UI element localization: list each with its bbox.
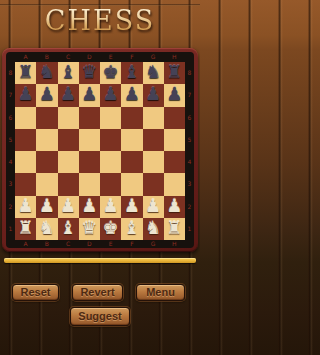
rank-label-right-7: 7 bbox=[185, 84, 194, 106]
piece-black-pawn: ♟ bbox=[18, 85, 34, 103]
square-g8[interactable]: ♞ bbox=[143, 62, 164, 84]
file-label-h: H bbox=[164, 52, 185, 62]
square-b8[interactable]: ♞ bbox=[36, 62, 57, 84]
file-label-g: G bbox=[143, 240, 164, 248]
square-b6[interactable] bbox=[36, 107, 57, 129]
file-label-g: G bbox=[143, 52, 164, 62]
square-d8[interactable]: ♛ bbox=[79, 62, 100, 84]
square-h6[interactable] bbox=[164, 107, 185, 129]
square-b2[interactable]: ♟ bbox=[36, 196, 57, 218]
square-h3[interactable] bbox=[164, 173, 185, 195]
square-g4[interactable] bbox=[143, 151, 164, 173]
chess-board: ABCDEFGH8♜♞♝♛♚♝♞♜87♟♟♟♟♟♟♟♟7665544332♟♟♟… bbox=[2, 48, 198, 252]
status-bar bbox=[4, 258, 196, 263]
square-f5[interactable] bbox=[121, 129, 142, 151]
piece-black-queen: ♛ bbox=[81, 63, 97, 81]
board-corner bbox=[6, 52, 15, 62]
square-f7[interactable]: ♟ bbox=[121, 84, 142, 106]
rank-label-left-8: 8 bbox=[6, 62, 15, 84]
rank-label-right-6: 6 bbox=[185, 107, 194, 129]
piece-black-pawn: ♟ bbox=[166, 85, 182, 103]
square-f6[interactable] bbox=[121, 107, 142, 129]
rank-label-right-5: 5 bbox=[185, 129, 194, 151]
piece-black-rook: ♜ bbox=[18, 63, 34, 81]
board-corner bbox=[185, 52, 194, 62]
board-corner bbox=[185, 240, 194, 248]
square-c7[interactable]: ♟ bbox=[58, 84, 79, 106]
square-h7[interactable]: ♟ bbox=[164, 84, 185, 106]
rank-label-right-1: 1 bbox=[185, 218, 194, 240]
square-c3[interactable] bbox=[58, 173, 79, 195]
square-g7[interactable]: ♟ bbox=[143, 84, 164, 106]
rank-label-right-4: 4 bbox=[185, 151, 194, 173]
square-e5[interactable] bbox=[100, 129, 121, 151]
square-d3[interactable] bbox=[79, 173, 100, 195]
piece-black-pawn: ♟ bbox=[145, 85, 161, 103]
square-a3[interactable] bbox=[15, 173, 36, 195]
square-d2[interactable]: ♟ bbox=[79, 196, 100, 218]
piece-black-bishop: ♝ bbox=[60, 63, 76, 81]
piece-white-bishop: ♝ bbox=[124, 219, 140, 237]
file-label-d: D bbox=[79, 240, 100, 248]
board-corner bbox=[6, 240, 15, 248]
file-label-c: C bbox=[58, 240, 79, 248]
rank-label-left-4: 4 bbox=[6, 151, 15, 173]
rank-label-right-8: 8 bbox=[185, 62, 194, 84]
piece-black-bishop: ♝ bbox=[124, 63, 140, 81]
rank-label-right-3: 3 bbox=[185, 173, 194, 195]
square-e1[interactable]: ♚ bbox=[100, 218, 121, 240]
square-c4[interactable] bbox=[58, 151, 79, 173]
square-b7[interactable]: ♟ bbox=[36, 84, 57, 106]
piece-black-rook: ♜ bbox=[166, 63, 182, 81]
piece-white-pawn: ♟ bbox=[60, 197, 76, 215]
menu-button[interactable]: Menu bbox=[136, 284, 185, 301]
file-label-h: H bbox=[164, 240, 185, 248]
rank-label-left-2: 2 bbox=[6, 196, 15, 218]
piece-white-bishop: ♝ bbox=[60, 219, 76, 237]
suggest-button[interactable]: Suggest bbox=[70, 307, 130, 326]
square-c1[interactable]: ♝ bbox=[58, 218, 79, 240]
square-b3[interactable] bbox=[36, 173, 57, 195]
piece-black-pawn: ♟ bbox=[124, 85, 140, 103]
square-f2[interactable]: ♟ bbox=[121, 196, 142, 218]
rank-label-left-1: 1 bbox=[6, 218, 15, 240]
square-c8[interactable]: ♝ bbox=[58, 62, 79, 84]
piece-black-king: ♚ bbox=[103, 63, 119, 81]
square-g1[interactable]: ♞ bbox=[143, 218, 164, 240]
piece-black-pawn: ♟ bbox=[60, 85, 76, 103]
revert-button[interactable]: Revert bbox=[72, 284, 123, 301]
file-label-e: E bbox=[100, 52, 121, 62]
piece-black-pawn: ♟ bbox=[39, 85, 55, 103]
rank-label-left-5: 5 bbox=[6, 129, 15, 151]
square-h2[interactable]: ♟ bbox=[164, 196, 185, 218]
file-label-b: B bbox=[36, 240, 57, 248]
square-e4[interactable] bbox=[100, 151, 121, 173]
square-a6[interactable] bbox=[15, 107, 36, 129]
rank-label-left-3: 3 bbox=[6, 173, 15, 195]
piece-white-rook: ♜ bbox=[18, 219, 34, 237]
piece-white-pawn: ♟ bbox=[166, 197, 182, 215]
piece-white-pawn: ♟ bbox=[18, 197, 34, 215]
piece-white-pawn: ♟ bbox=[81, 197, 97, 215]
square-a5[interactable] bbox=[15, 129, 36, 151]
piece-white-pawn: ♟ bbox=[103, 197, 119, 215]
square-e6[interactable] bbox=[100, 107, 121, 129]
square-h1[interactable]: ♜ bbox=[164, 218, 185, 240]
square-g6[interactable] bbox=[143, 107, 164, 129]
piece-white-rook: ♜ bbox=[166, 219, 182, 237]
piece-black-pawn: ♟ bbox=[103, 85, 119, 103]
reset-button[interactable]: Reset bbox=[12, 284, 59, 301]
file-label-e: E bbox=[100, 240, 121, 248]
board-grid: ABCDEFGH8♜♞♝♛♚♝♞♜87♟♟♟♟♟♟♟♟7665544332♟♟♟… bbox=[6, 52, 194, 248]
file-label-f: F bbox=[121, 240, 142, 248]
square-e2[interactable]: ♟ bbox=[100, 196, 121, 218]
square-a8[interactable]: ♜ bbox=[15, 62, 36, 84]
rank-label-left-7: 7 bbox=[6, 84, 15, 106]
piece-white-pawn: ♟ bbox=[124, 197, 140, 215]
square-e7[interactable]: ♟ bbox=[100, 84, 121, 106]
file-label-b: B bbox=[36, 52, 57, 62]
square-d1[interactable]: ♛ bbox=[79, 218, 100, 240]
square-a2[interactable]: ♟ bbox=[15, 196, 36, 218]
piece-white-knight: ♞ bbox=[39, 219, 55, 237]
square-b4[interactable] bbox=[36, 151, 57, 173]
piece-white-pawn: ♟ bbox=[145, 197, 161, 215]
square-d6[interactable] bbox=[79, 107, 100, 129]
square-a4[interactable] bbox=[15, 151, 36, 173]
square-a1[interactable]: ♜ bbox=[15, 218, 36, 240]
app-title: CHESS bbox=[0, 5, 200, 36]
square-b5[interactable] bbox=[36, 129, 57, 151]
rank-label-left-6: 6 bbox=[6, 107, 15, 129]
file-label-d: D bbox=[79, 52, 100, 62]
file-label-a: A bbox=[15, 240, 36, 248]
piece-black-knight: ♞ bbox=[145, 63, 161, 81]
square-g2[interactable]: ♟ bbox=[143, 196, 164, 218]
square-e8[interactable]: ♚ bbox=[100, 62, 121, 84]
square-d7[interactable]: ♟ bbox=[79, 84, 100, 106]
rank-label-right-2: 2 bbox=[185, 196, 194, 218]
piece-white-pawn: ♟ bbox=[39, 197, 55, 215]
piece-white-knight: ♞ bbox=[145, 219, 161, 237]
piece-black-knight: ♞ bbox=[39, 63, 55, 81]
square-c2[interactable]: ♟ bbox=[58, 196, 79, 218]
file-label-c: C bbox=[58, 52, 79, 62]
square-a7[interactable]: ♟ bbox=[15, 84, 36, 106]
square-d5[interactable] bbox=[79, 129, 100, 151]
square-h5[interactable] bbox=[164, 129, 185, 151]
square-h8[interactable]: ♜ bbox=[164, 62, 185, 84]
square-c5[interactable] bbox=[58, 129, 79, 151]
square-b1[interactable]: ♞ bbox=[36, 218, 57, 240]
square-h4[interactable] bbox=[164, 151, 185, 173]
square-g5[interactable] bbox=[143, 129, 164, 151]
square-g3[interactable] bbox=[143, 173, 164, 195]
square-c6[interactable] bbox=[58, 107, 79, 129]
square-f1[interactable]: ♝ bbox=[121, 218, 142, 240]
piece-white-queen: ♛ bbox=[81, 219, 97, 237]
square-f4[interactable] bbox=[121, 151, 142, 173]
piece-black-pawn: ♟ bbox=[81, 85, 97, 103]
file-label-a: A bbox=[15, 52, 36, 62]
square-d4[interactable] bbox=[79, 151, 100, 173]
piece-white-king: ♚ bbox=[103, 219, 119, 237]
file-label-f: F bbox=[121, 52, 142, 62]
square-e3[interactable] bbox=[100, 173, 121, 195]
square-f8[interactable]: ♝ bbox=[121, 62, 142, 84]
square-f3[interactable] bbox=[121, 173, 142, 195]
